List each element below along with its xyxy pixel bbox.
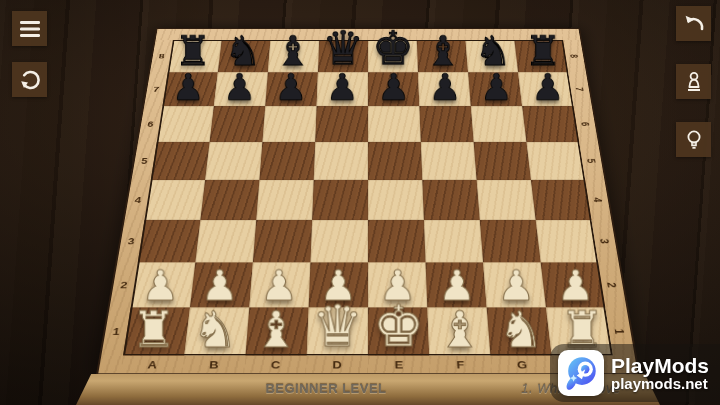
frame-corner [156,29,175,40]
piece-black-pawn-g7[interactable]: ♟ [480,69,513,105]
square-a1[interactable]: ♜ [123,308,190,356]
square-b1[interactable]: ♞ [184,308,249,356]
square-d7[interactable]: ♟ [317,72,368,106]
menu-button[interactable] [12,11,47,46]
square-b5[interactable] [205,142,262,180]
playmods-watermark[interactable]: PlayMods playmods.net [550,344,720,402]
player-pieces-button[interactable] [676,64,711,99]
square-a7[interactable]: ♟ [162,72,217,106]
square-a4[interactable] [144,180,205,220]
square-g3[interactable] [480,220,541,262]
square-h7[interactable]: ♟ [518,72,573,106]
square-h5[interactable] [526,142,585,180]
square-c4[interactable] [256,180,313,220]
square-h4[interactable] [531,180,592,220]
undo-button[interactable] [676,6,711,41]
hint-button[interactable] [676,122,711,157]
square-g4[interactable] [477,180,536,220]
file-label-G: G [490,356,553,374]
rank-label-4-right: 4 [585,180,611,220]
restart-button[interactable] [12,62,47,97]
square-d6[interactable] [315,106,368,142]
undo-icon [682,12,706,36]
hamburger-icon [19,20,41,38]
file-label-F: F [429,356,492,374]
square-e6[interactable] [368,106,421,142]
playmods-title: PlayMods [611,355,709,376]
square-c6[interactable] [262,106,316,142]
piece-black-pawn-f7[interactable]: ♟ [429,69,462,105]
square-e3[interactable] [368,220,426,262]
square-f4[interactable] [422,180,479,220]
hint-bulb-icon [682,128,706,152]
square-c3[interactable] [253,220,312,262]
square-g5[interactable] [474,142,531,180]
player-pieces-icon [682,70,706,94]
square-h3[interactable] [536,220,599,262]
square-b3[interactable] [195,220,256,262]
square-e4[interactable] [368,180,424,220]
square-f3[interactable] [424,220,483,262]
level-label: BEGINNER LEVEL [236,381,416,396]
square-g7[interactable]: ♟ [468,72,522,106]
rank-label-5-right: 5 [579,142,604,180]
square-f6[interactable] [419,106,473,142]
square-c7[interactable]: ♟ [265,72,318,106]
square-g6[interactable] [471,106,527,142]
square-a3[interactable] [138,220,201,262]
piece-white-knight-g1[interactable]: ♞ [498,304,543,354]
square-f1[interactable]: ♝ [427,308,490,356]
square-d1[interactable]: ♛ [307,308,368,356]
rank-label-8-right: 8 [563,40,586,72]
file-label-E: E [368,356,430,374]
piece-black-pawn-e7[interactable]: ♟ [377,69,410,105]
piece-white-king-e1[interactable]: ♚ [373,298,424,355]
piece-black-pawn-b7[interactable]: ♟ [223,69,256,105]
square-a5[interactable] [151,142,210,180]
piece-white-bishop-f1[interactable]: ♝ [437,304,482,354]
piece-white-bishop-c1[interactable]: ♝ [254,304,299,354]
square-b4[interactable] [200,180,259,220]
piece-black-pawn-d7[interactable]: ♟ [326,69,359,105]
piece-black-pawn-c7[interactable]: ♟ [275,69,308,105]
chess-app-screen: 8♜♞♝♛♚♝♞♜87♟♟♟♟♟♟♟♟7665544332♟♟♟♟♟♟♟♟21♜… [0,0,720,405]
square-d3[interactable] [310,220,368,262]
square-c5[interactable] [259,142,315,180]
square-b7[interactable]: ♟ [214,72,268,106]
square-g1[interactable]: ♞ [487,308,552,356]
piece-black-king-e8[interactable]: ♚ [372,25,414,72]
frame-corner [561,29,580,40]
piece-black-queen-d8[interactable]: ♛ [322,25,364,72]
chess-board: 8♜♞♝♛♚♝♞♜87♟♟♟♟♟♟♟♟7665544332♟♟♟♟♟♟♟♟21♜… [96,28,640,375]
rank-label-6-right: 6 [574,106,598,142]
file-label-C: C [244,356,307,374]
piece-white-queen-d1[interactable]: ♛ [312,298,363,355]
square-f7[interactable]: ♟ [418,72,471,106]
piece-white-rook-a1[interactable]: ♜ [131,304,176,354]
frame-corner [98,356,123,374]
file-label-D: D [306,356,368,374]
rank-label-6-left: 6 [138,106,162,142]
square-h6[interactable] [522,106,579,142]
square-e1[interactable]: ♚ [368,308,429,356]
square-e5[interactable] [368,142,422,180]
piece-black-pawn-a7[interactable]: ♟ [172,69,205,105]
piece-black-pawn-h7[interactable]: ♟ [531,69,564,105]
playmods-logo-icon [558,350,604,396]
square-c1[interactable]: ♝ [246,308,309,356]
file-label-A: A [120,356,184,374]
square-d5[interactable] [314,142,368,180]
piece-white-knight-b1[interactable]: ♞ [192,304,237,354]
square-d4[interactable] [312,180,368,220]
restart-icon [18,68,42,92]
playmods-site: playmods.net [611,376,709,391]
file-label-B: B [182,356,245,374]
board-grid: 8♜♞♝♛♚♝♞♜87♟♟♟♟♟♟♟♟7665544332♟♟♟♟♟♟♟♟21♜… [98,29,637,374]
square-f5[interactable] [421,142,477,180]
square-a6[interactable] [157,106,214,142]
square-e7[interactable]: ♟ [368,72,419,106]
square-b6[interactable] [210,106,266,142]
